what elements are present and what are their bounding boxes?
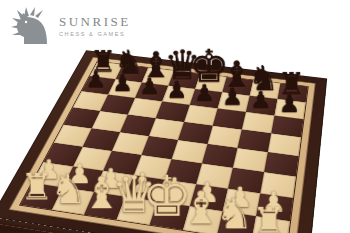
square-h5 [268,133,301,156]
piece-white-knight: ♞ [216,193,254,233]
piece-black-pawn: ♟ [278,92,300,116]
square-f4 [202,144,237,168]
product-photo: SUNRISE CHESS & GAMES abcdefgh abcdefgh … [0,0,350,233]
board-surface: abcdefgh abcdefgh 87654321 87654321 ♜♞♝♛… [0,50,327,233]
piece-white-rook: ♜ [252,202,287,233]
piece-black-pawn: ♟ [194,82,215,106]
piece-black-pawn: ♟ [85,68,106,91]
board-grid: ♜♞♝♛♚♝♞♜♟♟♟♟♟♟♟♟♟♟♟♟♟♟♟♟♜♞♝♛♚♝♞♜ [20,62,307,233]
square-h6 [271,116,303,138]
square-g1: ♞ [217,211,256,233]
board-scene: abcdefgh abcdefgh 87654321 87654321 ♜♞♝♛… [0,0,350,233]
piece-white-rook: ♜ [21,168,54,205]
square-h1: ♜ [252,216,290,233]
piece-black-pawn: ♟ [250,88,271,112]
piece-black-pawn: ♟ [112,72,133,95]
piece-black-pawn: ♟ [222,85,243,109]
piece-black-pawn: ♟ [166,78,187,101]
square-e4 [172,140,208,163]
piece-black-pawn: ♟ [139,75,160,98]
square-c5 [120,115,156,136]
board-border-strip: abcdefgh abcdefgh 87654321 87654321 ♜♞♝♛… [9,57,316,233]
chess-board: abcdefgh abcdefgh 87654321 87654321 ♜♞♝♛… [0,50,327,233]
square-h4 [264,152,298,176]
